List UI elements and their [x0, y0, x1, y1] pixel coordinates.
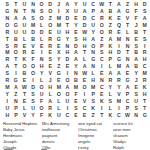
grid-cell-r2c4[interactable]: N	[29, 8, 38, 15]
grid-cell-r17c12[interactable]: T	[97, 112, 106, 119]
grid-cell-r4c1[interactable]: O	[3, 22, 12, 29]
grid-cell-r16c1[interactable]: U	[3, 105, 12, 112]
grid-cell-r1c8[interactable]: A	[63, 1, 72, 8]
grid-cell-r16c3[interactable]: L	[20, 105, 29, 112]
grid-cell-r6c5[interactable]: L	[37, 36, 46, 43]
grid-cell-r17c14[interactable]: C	[115, 112, 124, 119]
grid-cell-r2c14[interactable]: A	[115, 8, 124, 15]
grid-cell-r4c10[interactable]: D	[80, 22, 89, 29]
grid-cell-r4c6[interactable]: O	[46, 22, 55, 29]
grid-cell-r1c2[interactable]: T	[12, 1, 21, 8]
grid-cell-r1c13[interactable]: T	[106, 1, 115, 8]
grid-cell-r6c12[interactable]: Z	[97, 36, 106, 43]
word-list-column-1: Reverend HopkinsBaby JesusHerdmansJoseph…	[3, 121, 42, 150]
grid-cell-r2c12[interactable]: A	[97, 8, 106, 15]
grid-cell-r17c7[interactable]: U	[55, 112, 64, 119]
grid-cell-r2c16[interactable]: F	[132, 8, 141, 15]
grid-cell-r1c5[interactable]: O	[37, 1, 46, 8]
grid-cell-r16c17[interactable]: T	[140, 105, 149, 112]
grid-cell-r16c4[interactable]: U	[29, 105, 38, 112]
grid-cell-r4c2[interactable]: G	[12, 22, 21, 29]
grid-cell-r16c16[interactable]: S	[132, 105, 141, 112]
grid-cell-r6c14[interactable]: M	[115, 36, 124, 43]
word-list-column-2: Mrs ArmstrongtoolhousepageantdonutsOllie	[42, 121, 78, 150]
grid-cell-r17c13[interactable]: K	[106, 112, 115, 119]
grid-cell-r2c11[interactable]: P	[89, 8, 98, 15]
grid-cell-r2c7[interactable]: I	[55, 8, 64, 15]
grid-cell-r3c14[interactable]: E	[115, 15, 124, 22]
grid-cell-r2c2[interactable]: N	[12, 8, 21, 15]
grid-cell-r5c2[interactable]: U	[12, 29, 21, 36]
grid-cell-r6c9[interactable]: S	[72, 36, 81, 43]
word-search-page: { "game": "word_search", "theme": "The B…	[0, 0, 150, 150]
grid-cell-r5c13[interactable]: R	[106, 29, 115, 36]
grid-cell-r5c9[interactable]: E	[72, 29, 81, 36]
grid-cell-r3c16[interactable]: F	[132, 15, 141, 22]
grid-cell-r1c17[interactable]: D	[140, 1, 149, 8]
grid-cell-r17c15[interactable]: W	[123, 112, 132, 119]
grid-cell-r16c13[interactable]: L	[106, 105, 115, 112]
grid-cell-r3c12[interactable]: R	[97, 15, 106, 22]
cropped-text-remnant	[41, 149, 47, 150]
grid-cell-r2c8[interactable]: X	[63, 8, 72, 15]
grid-cell-r16c14[interactable]: I	[115, 105, 124, 112]
grid-cell-r6c8[interactable]: Y	[63, 36, 72, 43]
grid-cell-r16c15[interactable]: P	[123, 105, 132, 112]
grid-cell-r1c14[interactable]: A	[115, 1, 124, 8]
grid-cell-r4c3[interactable]: U	[20, 22, 29, 29]
grid-cell-r2c1[interactable]: G	[3, 8, 12, 15]
grid-cell-r4c15[interactable]: T	[123, 22, 132, 29]
grid-cell-r17c11[interactable]: Z	[89, 112, 98, 119]
grid-cell-r6c15[interactable]: N	[123, 36, 132, 43]
grid-cell-r16c2[interactable]: P	[12, 105, 21, 112]
grid-cell-r5c15[interactable]: L	[123, 29, 132, 36]
grid-cell-r3c11[interactable]: C	[89, 15, 98, 22]
grid-cell-r1c7[interactable]: J	[55, 1, 64, 8]
grid-cell-r4c11[interactable]: U	[89, 22, 98, 29]
grid-cell-r4c9[interactable]: Y	[72, 22, 81, 29]
grid-cell-r5c4[interactable]: D	[29, 29, 38, 36]
grid-cell-r6c4[interactable]: B	[29, 36, 38, 43]
grid-cell-r17c2[interactable]: P	[12, 112, 21, 119]
grid-cell-r1c15[interactable]: Z	[123, 1, 132, 8]
grid-cell-r3c6[interactable]: Z	[46, 15, 55, 22]
word-list-item: Ralph	[113, 145, 150, 150]
grid-cell-r4c12[interactable]: O	[97, 22, 106, 29]
grid-cell-r4c16[interactable]: J	[132, 22, 141, 29]
grid-cell-r4c13[interactable]: Z	[106, 22, 115, 29]
grid-cell-r2c3[interactable]: T	[20, 8, 29, 15]
grid-cell-r4c8[interactable]: T	[63, 22, 72, 29]
grid-cell-r6c13[interactable]: A	[106, 36, 115, 43]
grid-cell-r6c11[interactable]: A	[89, 36, 98, 43]
word-list-column-4: science kitwise menshazamGladysRalph	[113, 121, 150, 150]
grid-cell-r16c10[interactable]: C	[80, 105, 89, 112]
grid-cell-r17c3[interactable]: V	[20, 112, 29, 119]
grid-cell-r16c11[interactable]: K	[89, 105, 98, 112]
grid-cell-r5c1[interactable]: R	[3, 29, 12, 36]
grid-cell-r5c7[interactable]: U	[55, 29, 64, 36]
letter-grid: STUNODJAYUCWTAZHDGNTNSOIXUAPABAGFSNAASOZ…	[3, 1, 149, 119]
grid-cell-r5c12[interactable]: O	[97, 29, 106, 36]
grid-cell-r3c4[interactable]: S	[29, 15, 38, 22]
grid-cell-r6c7[interactable]: G	[55, 36, 64, 43]
word-list-item: Ollie	[42, 145, 78, 150]
grid-cell-r6c10[interactable]: H	[80, 36, 89, 43]
grid-cell-r5c8[interactable]: H	[63, 29, 72, 36]
grid-cell-r3c1[interactable]: N	[3, 15, 12, 22]
grid-cell-r3c15[interactable]: V	[123, 15, 132, 22]
grid-cell-r5c17[interactable]: T	[140, 29, 149, 36]
grid-cell-r1c3[interactable]: U	[20, 1, 29, 8]
grid-cell-r16c5[interactable]: O	[37, 105, 46, 112]
grid-cell-r16c12[interactable]: I	[97, 105, 106, 112]
grid-cell-r5c6[interactable]: E	[46, 29, 55, 36]
grid-cell-r6c6[interactable]: R	[46, 36, 55, 43]
word-list-item: Leroy	[78, 145, 113, 150]
grid-cell-r3c9[interactable]: E	[72, 15, 81, 22]
grid-cell-r16c7[interactable]: L	[55, 105, 64, 112]
grid-cell-r5c5[interactable]: D	[37, 29, 46, 36]
grid-cell-r4c14[interactable]: Q	[115, 22, 124, 29]
grid-cell-r17c6[interactable]: K	[46, 112, 55, 119]
grid-cell-r2c13[interactable]: B	[106, 8, 115, 15]
grid-cell-r4c7[interactable]: M	[55, 22, 64, 29]
grid-cell-r2c6[interactable]: O	[46, 8, 55, 15]
grid-cell-r1c11[interactable]: C	[89, 1, 98, 8]
grid-cell-r6c3[interactable]: L	[20, 36, 29, 43]
grid-cell-r17c1[interactable]: H	[3, 112, 12, 119]
grid-cell-r4c5[interactable]: L	[37, 22, 46, 29]
grid-cell-r17c5[interactable]: F	[37, 112, 46, 119]
grid-cell-r2c15[interactable]: G	[123, 8, 132, 15]
grid-cell-r16c9[interactable]: S	[72, 105, 81, 112]
grid-cell-r5c11[interactable]: Y	[89, 29, 98, 36]
grid-cell-r17c4[interactable]: Y	[29, 112, 38, 119]
grid-cell-r16c6[interactable]: R	[46, 105, 55, 112]
grid-cell-r3c3[interactable]: A	[20, 15, 29, 22]
grid-cell-r5c3[interactable]: U	[20, 29, 29, 36]
grid-cell-r3c5[interactable]: O	[37, 15, 46, 22]
grid-cell-r17c10[interactable]: E	[80, 112, 89, 119]
grid-cell-r2c10[interactable]: A	[80, 8, 89, 15]
grid-cell-r2c17[interactable]: S	[140, 8, 149, 15]
grid-cell-r1c6[interactable]: D	[46, 1, 55, 8]
grid-cell-r17c9[interactable]: E	[72, 112, 81, 119]
grid-cell-r3c7[interactable]: M	[55, 15, 64, 22]
grid-cell-r5c14[interactable]: E	[115, 29, 124, 36]
grid-cell-r6c2[interactable]: B	[12, 36, 21, 43]
word-list-column-3: one eyed catChristmasImogeneangelsLeroy	[78, 121, 113, 150]
grid-cell-r4c4[interactable]: M	[29, 22, 38, 29]
grid-cell-r1c10[interactable]: U	[80, 1, 89, 8]
grid-cell-r17c16[interactable]: N	[132, 112, 141, 119]
grid-cell-r5c10[interactable]: W	[80, 29, 89, 36]
word-list: Reverend HopkinsBaby JesusHerdmansJoseph…	[3, 121, 150, 150]
grid-cell-r3c2[interactable]: A	[12, 15, 21, 22]
cropped-text-remnant	[4, 149, 13, 150]
grid-cell-r5c16[interactable]: B	[132, 29, 141, 36]
grid-cell-r3c17[interactable]: A	[140, 15, 149, 22]
grid-cell-r4c17[interactable]: M	[140, 22, 149, 29]
grid-cell-r6c17[interactable]: S	[140, 36, 149, 43]
grid-cell-r17c8[interactable]: C	[63, 112, 72, 119]
grid-cell-r1c9[interactable]: Y	[72, 1, 81, 8]
grid-cell-r1c4[interactable]: N	[29, 1, 38, 8]
grid-cell-r16c8[interactable]: I	[63, 105, 72, 112]
grid-cell-r2c9[interactable]: U	[72, 8, 81, 15]
grid-cell-r6c16[interactable]: E	[132, 36, 141, 43]
grid-cell-r3c13[interactable]: K	[106, 15, 115, 22]
grid-cell-r17c17[interactable]: G	[140, 112, 149, 119]
grid-cell-r2c5[interactable]: S	[37, 8, 46, 15]
grid-cell-r3c8[interactable]: D	[63, 15, 72, 22]
grid-cell-r3c10[interactable]: D	[80, 15, 89, 22]
grid-cell-r1c16[interactable]: H	[132, 1, 141, 8]
grid-cell-r6c1[interactable]: T	[3, 36, 12, 43]
grid-cell-r1c1[interactable]: S	[3, 1, 12, 8]
grid-cell-r1c12[interactable]: W	[97, 1, 106, 8]
